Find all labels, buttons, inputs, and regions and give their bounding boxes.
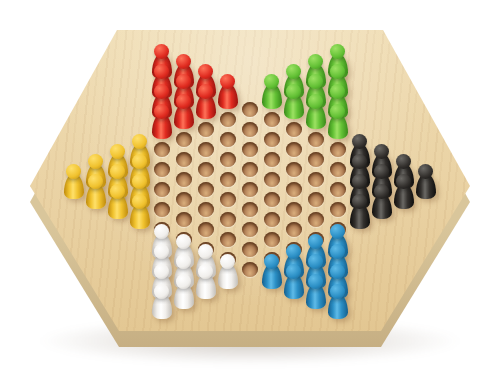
peg-head	[88, 154, 103, 169]
peg-head	[132, 174, 147, 189]
peg-head	[198, 64, 213, 79]
peg-white[interactable]	[218, 254, 238, 289]
peg-head	[154, 224, 169, 239]
hole[interactable]	[286, 142, 302, 157]
hole[interactable]	[154, 182, 170, 197]
hole[interactable]	[242, 222, 258, 237]
peg-head	[132, 154, 147, 169]
hole[interactable]	[154, 162, 170, 177]
hole[interactable]	[242, 102, 258, 117]
peg-head	[220, 74, 235, 89]
peg-head	[176, 74, 191, 89]
board-cells	[0, 0, 500, 378]
hole[interactable]	[308, 132, 324, 147]
hole[interactable]	[198, 162, 214, 177]
peg-white[interactable]	[152, 284, 172, 319]
peg-blue[interactable]	[328, 284, 348, 319]
peg-head	[330, 284, 345, 299]
peg-head	[374, 184, 389, 199]
peg-white[interactable]	[196, 264, 216, 299]
hole[interactable]	[154, 142, 170, 157]
hole[interactable]	[308, 192, 324, 207]
hole[interactable]	[286, 162, 302, 177]
peg-head	[352, 134, 367, 149]
peg-head	[308, 274, 323, 289]
hole[interactable]	[242, 122, 258, 137]
peg-green[interactable]	[328, 104, 348, 139]
peg-black[interactable]	[372, 184, 392, 219]
peg-head	[352, 174, 367, 189]
peg-head	[352, 154, 367, 169]
peg-head	[110, 144, 125, 159]
peg-head	[286, 264, 301, 279]
peg-head	[286, 84, 301, 99]
peg-black[interactable]	[416, 164, 436, 199]
peg-head	[176, 94, 191, 109]
peg-head	[330, 44, 345, 59]
peg-head	[176, 234, 191, 249]
hole[interactable]	[220, 152, 236, 167]
peg-head	[286, 64, 301, 79]
hole[interactable]	[220, 172, 236, 187]
peg-head	[154, 264, 169, 279]
hole[interactable]	[242, 202, 258, 217]
peg-yellow[interactable]	[108, 184, 128, 219]
hole[interactable]	[330, 202, 346, 217]
peg-head	[374, 164, 389, 179]
peg-yellow[interactable]	[86, 174, 106, 209]
hole[interactable]	[176, 192, 192, 207]
hole[interactable]	[242, 142, 258, 157]
hole[interactable]	[220, 212, 236, 227]
peg-head	[396, 154, 411, 169]
hole[interactable]	[264, 132, 280, 147]
hole[interactable]	[198, 202, 214, 217]
peg-head	[132, 194, 147, 209]
hole[interactable]	[264, 172, 280, 187]
hole[interactable]	[176, 132, 192, 147]
peg-head	[176, 54, 191, 69]
hole[interactable]	[198, 122, 214, 137]
peg-green[interactable]	[262, 74, 282, 109]
hole[interactable]	[154, 202, 170, 217]
hole[interactable]	[220, 192, 236, 207]
hole[interactable]	[330, 182, 346, 197]
hole[interactable]	[286, 182, 302, 197]
hole[interactable]	[286, 122, 302, 137]
peg-head	[308, 94, 323, 109]
peg-head	[110, 164, 125, 179]
peg-head	[352, 194, 367, 209]
peg-head	[308, 54, 323, 69]
hole[interactable]	[220, 112, 236, 127]
peg-yellow[interactable]	[130, 194, 150, 229]
peg-head	[154, 84, 169, 99]
peg-head	[308, 74, 323, 89]
hole[interactable]	[242, 242, 258, 257]
hole[interactable]	[330, 142, 346, 157]
peg-red[interactable]	[174, 94, 194, 129]
peg-head	[176, 274, 191, 289]
peg-head	[132, 134, 147, 149]
peg-head	[88, 174, 103, 189]
hole[interactable]	[264, 212, 280, 227]
peg-head	[330, 84, 345, 99]
peg-head	[264, 254, 279, 269]
hole[interactable]	[242, 262, 258, 277]
hole[interactable]	[264, 112, 280, 127]
peg-head	[154, 284, 169, 299]
peg-head	[396, 174, 411, 189]
peg-red[interactable]	[196, 84, 216, 119]
hole[interactable]	[198, 222, 214, 237]
peg-blue[interactable]	[284, 264, 304, 299]
peg-red[interactable]	[218, 74, 238, 109]
peg-white[interactable]	[174, 274, 194, 309]
peg-head	[308, 254, 323, 269]
peg-head	[374, 144, 389, 159]
peg-head	[176, 254, 191, 269]
peg-head	[418, 164, 433, 179]
chinese-checkers-board-photo	[0, 0, 500, 378]
peg-head	[330, 224, 345, 239]
hole[interactable]	[264, 192, 280, 207]
hole[interactable]	[308, 152, 324, 167]
peg-blue[interactable]	[262, 254, 282, 289]
peg-head	[330, 264, 345, 279]
peg-head	[198, 244, 213, 259]
hole[interactable]	[242, 182, 258, 197]
peg-head	[154, 64, 169, 79]
peg-head	[264, 74, 279, 89]
hole[interactable]	[330, 162, 346, 177]
hole[interactable]	[308, 212, 324, 227]
peg-head	[220, 254, 235, 269]
peg-head	[286, 244, 301, 259]
peg-green[interactable]	[306, 94, 326, 129]
peg-green[interactable]	[284, 84, 304, 119]
peg-yellow[interactable]	[64, 164, 84, 199]
peg-head	[154, 244, 169, 259]
peg-red[interactable]	[152, 104, 172, 139]
hole[interactable]	[220, 132, 236, 147]
peg-head	[154, 44, 169, 59]
peg-black[interactable]	[350, 194, 370, 229]
peg-head	[308, 234, 323, 249]
hole[interactable]	[264, 232, 280, 247]
peg-head	[110, 184, 125, 199]
peg-head	[198, 264, 213, 279]
hole[interactable]	[286, 222, 302, 237]
hole[interactable]	[176, 212, 192, 227]
hole[interactable]	[198, 182, 214, 197]
hole[interactable]	[308, 172, 324, 187]
peg-black[interactable]	[394, 174, 414, 209]
peg-head	[330, 244, 345, 259]
peg-head	[154, 104, 169, 119]
hole[interactable]	[220, 232, 236, 247]
peg-head	[330, 104, 345, 119]
peg-head	[66, 164, 81, 179]
peg-head	[198, 84, 213, 99]
peg-blue[interactable]	[306, 274, 326, 309]
peg-head	[330, 64, 345, 79]
hole[interactable]	[264, 152, 280, 167]
hole[interactable]	[242, 162, 258, 177]
hole[interactable]	[176, 172, 192, 187]
hole[interactable]	[286, 202, 302, 217]
hole[interactable]	[198, 142, 214, 157]
hole[interactable]	[176, 152, 192, 167]
